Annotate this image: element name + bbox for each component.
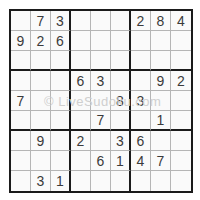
cell-r6c7[interactable] (131, 111, 151, 131)
cell-r3c3[interactable] (51, 51, 71, 71)
cell-r7c7[interactable]: 6 (131, 131, 151, 151)
cell-r9c3[interactable]: 1 (51, 171, 71, 191)
cell-r4c3[interactable] (51, 71, 71, 91)
cell-r3c8[interactable] (151, 51, 171, 71)
cell-r5c7[interactable]: 3 (131, 91, 151, 111)
cell-r4c6[interactable] (111, 71, 131, 91)
cell-r2c7[interactable] (131, 31, 151, 51)
cell-r5c2[interactable] (31, 91, 51, 111)
cell-r6c6[interactable] (111, 111, 131, 131)
cell-r1c4[interactable] (71, 11, 91, 31)
cell-r1c1[interactable] (11, 11, 31, 31)
cell-r5c6[interactable]: 8 (111, 91, 131, 111)
cell-r1c5[interactable] (91, 11, 111, 31)
cell-r5c5[interactable] (91, 91, 111, 111)
cell-r7c4[interactable]: 2 (71, 131, 91, 151)
cell-r5c8[interactable] (151, 91, 171, 111)
cell-r2c4[interactable] (71, 31, 91, 51)
cell-r1c3[interactable]: 3 (51, 11, 71, 31)
cell-r1c7[interactable]: 2 (131, 11, 151, 31)
cell-r8c8[interactable]: 7 (151, 151, 171, 171)
cell-r2c6[interactable] (111, 31, 131, 51)
cell-r7c9[interactable] (171, 131, 191, 151)
cell-r4c5[interactable]: 3 (91, 71, 111, 91)
cell-r3c7[interactable] (131, 51, 151, 71)
cell-r7c3[interactable] (51, 131, 71, 151)
cell-r4c1[interactable] (11, 71, 31, 91)
cell-r9c8[interactable] (151, 171, 171, 191)
cell-r2c1[interactable]: 9 (11, 31, 31, 51)
cell-r6c2[interactable] (31, 111, 51, 131)
cell-r2c5[interactable] (91, 31, 111, 51)
cell-r5c4[interactable] (71, 91, 91, 111)
cell-r8c4[interactable] (71, 151, 91, 171)
cell-r9c6[interactable] (111, 171, 131, 191)
cell-r6c5[interactable]: 7 (91, 111, 111, 131)
cell-r7c2[interactable]: 9 (31, 131, 51, 151)
cell-r4c2[interactable] (31, 71, 51, 91)
cell-r5c9[interactable] (171, 91, 191, 111)
cell-r9c1[interactable] (11, 171, 31, 191)
cell-r3c2[interactable] (31, 51, 51, 71)
cell-r2c2[interactable]: 2 (31, 31, 51, 51)
cell-r4c4[interactable]: 6 (71, 71, 91, 91)
cell-r5c3[interactable] (51, 91, 71, 111)
cell-r7c8[interactable] (151, 131, 171, 151)
cell-r9c4[interactable] (71, 171, 91, 191)
cell-r1c8[interactable]: 8 (151, 11, 171, 31)
cell-r8c3[interactable] (51, 151, 71, 171)
cell-r8c6[interactable]: 1 (111, 151, 131, 171)
cell-r8c9[interactable] (171, 151, 191, 171)
cell-r9c5[interactable] (91, 171, 111, 191)
cell-r6c9[interactable] (171, 111, 191, 131)
cell-r1c6[interactable] (111, 11, 131, 31)
cell-r8c1[interactable] (11, 151, 31, 171)
cell-r4c9[interactable]: 2 (171, 71, 191, 91)
cell-r7c1[interactable] (11, 131, 31, 151)
cell-r9c7[interactable] (131, 171, 151, 191)
cell-r3c4[interactable] (71, 51, 91, 71)
cell-r2c8[interactable] (151, 31, 171, 51)
cell-r2c3[interactable]: 6 (51, 31, 71, 51)
cell-r6c8[interactable]: 1 (151, 111, 171, 131)
cell-r2c9[interactable] (171, 31, 191, 51)
cell-r9c9[interactable] (171, 171, 191, 191)
cell-r3c5[interactable] (91, 51, 111, 71)
cell-r9c2[interactable]: 3 (31, 171, 51, 191)
cell-r3c1[interactable] (11, 51, 31, 71)
cell-r6c3[interactable] (51, 111, 71, 131)
cell-r5c1[interactable]: 7 (11, 91, 31, 111)
cell-r8c2[interactable] (31, 151, 51, 171)
cell-r8c7[interactable]: 4 (131, 151, 151, 171)
cell-r3c9[interactable] (171, 51, 191, 71)
cell-r6c4[interactable] (71, 111, 91, 131)
cell-r8c5[interactable]: 6 (91, 151, 111, 171)
cell-r7c5[interactable] (91, 131, 111, 151)
cell-r7c6[interactable]: 3 (111, 131, 131, 151)
cell-r6c1[interactable] (11, 111, 31, 131)
cell-r3c6[interactable] (111, 51, 131, 71)
cell-r1c2[interactable]: 7 (31, 11, 51, 31)
sudoku-board: 732849266392783719236614731 (9, 9, 193, 193)
cell-r1c9[interactable]: 4 (171, 11, 191, 31)
cell-r4c7[interactable] (131, 71, 151, 91)
cell-r4c8[interactable]: 9 (151, 71, 171, 91)
